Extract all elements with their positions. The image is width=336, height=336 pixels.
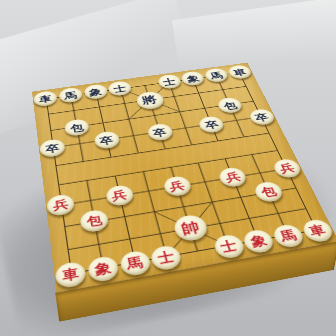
piece-red-chariot[interactable]: 車 bbox=[55, 260, 88, 289]
piece-black-elephant[interactable]: 象 bbox=[180, 70, 207, 86]
piece-glyph: 卒 bbox=[45, 143, 60, 154]
piece-black-chariot[interactable]: 車 bbox=[33, 90, 58, 107]
piece-red-soldier[interactable]: 兵 bbox=[46, 193, 76, 217]
piece-glyph: 卒 bbox=[99, 135, 115, 146]
piece-red-cannon[interactable]: 包 bbox=[252, 180, 285, 203]
piece-glyph: 兵 bbox=[168, 180, 186, 193]
piece-glyph: 包 bbox=[259, 185, 278, 198]
piece-black-advisor[interactable]: 士 bbox=[107, 80, 133, 97]
piece-red-soldier[interactable]: 兵 bbox=[161, 175, 192, 198]
piece-black-chariot[interactable]: 車 bbox=[226, 64, 253, 80]
piece-glyph: 包 bbox=[69, 122, 84, 133]
piece-red-elephant[interactable]: 象 bbox=[87, 255, 120, 283]
piece-red-soldier[interactable]: 兵 bbox=[271, 158, 304, 179]
piece-red-elephant[interactable]: 象 bbox=[241, 228, 277, 254]
piece-glyph: 車 bbox=[39, 94, 53, 104]
piece-black-soldier[interactable]: 卒 bbox=[247, 108, 277, 126]
piece-glyph: 包 bbox=[222, 100, 238, 110]
piece-black-soldier[interactable]: 卒 bbox=[146, 123, 174, 142]
piece-black-elephant[interactable]: 象 bbox=[83, 83, 108, 100]
piece-glyph: 卒 bbox=[254, 112, 271, 122]
piece-red-advisor[interactable]: 士 bbox=[212, 233, 247, 260]
piece-black-soldier[interactable]: 卒 bbox=[93, 131, 121, 151]
piece-red-horse[interactable]: 馬 bbox=[118, 249, 152, 277]
piece-black-advisor[interactable]: 士 bbox=[156, 74, 182, 90]
piece-glyph: 卒 bbox=[204, 119, 220, 130]
piece-glyph: 馬 bbox=[64, 90, 78, 100]
photo-background: 車馬象士士象馬車將包包卒卒卒卒卒兵兵兵兵兵包包帥車象馬士士象馬車 bbox=[0, 0, 336, 336]
piece-glyph: 士 bbox=[157, 250, 176, 265]
piece-glyph: 車 bbox=[62, 267, 80, 283]
scene: 車馬象士士象馬車將包包卒卒卒卒卒兵兵兵兵兵包包帥車象馬士士象馬車 bbox=[0, 0, 336, 336]
piece-glyph: 馬 bbox=[209, 71, 224, 80]
piece-red-soldier[interactable]: 兵 bbox=[217, 166, 249, 188]
piece-glyph: 兵 bbox=[53, 198, 70, 211]
piece-glyph: 馬 bbox=[125, 255, 144, 271]
piece-red-general[interactable]: 帥 bbox=[171, 214, 210, 244]
piece-glyph: 包 bbox=[85, 214, 102, 228]
piece-glyph: 卒 bbox=[152, 127, 168, 138]
piece-glyph: 象 bbox=[88, 87, 102, 96]
piece-red-advisor[interactable]: 士 bbox=[149, 244, 183, 272]
piece-black-horse[interactable]: 馬 bbox=[203, 67, 230, 83]
piece-black-horse[interactable]: 馬 bbox=[58, 87, 83, 104]
piece-red-horse[interactable]: 馬 bbox=[271, 223, 307, 249]
piece-glyph: 士 bbox=[113, 84, 127, 93]
xiangqi-board-block: 車馬象士士象馬車將包包卒卒卒卒卒兵兵兵兵兵包包帥車象馬士士象馬車 bbox=[32, 63, 336, 293]
piece-glyph: 馬 bbox=[278, 229, 298, 244]
piece-red-soldier[interactable]: 兵 bbox=[104, 184, 134, 207]
piece-red-chariot[interactable]: 車 bbox=[299, 218, 335, 244]
piece-glyph: 車 bbox=[232, 68, 247, 77]
piece-black-general[interactable]: 將 bbox=[134, 90, 165, 110]
piece-glyph: 帥 bbox=[180, 220, 201, 236]
piece-glyph: 兵 bbox=[111, 189, 128, 202]
piece-glyph: 將 bbox=[141, 95, 158, 106]
piece-glyph: 象 bbox=[186, 74, 201, 83]
piece-glyph: 象 bbox=[249, 234, 269, 249]
piece-glyph: 象 bbox=[94, 261, 113, 277]
piece-glyph: 士 bbox=[219, 239, 239, 254]
piece-glyph: 兵 bbox=[278, 162, 296, 174]
piece-black-soldier[interactable]: 卒 bbox=[39, 138, 66, 158]
piece-black-cannon[interactable]: 包 bbox=[64, 118, 91, 137]
piece-black-soldier[interactable]: 卒 bbox=[197, 115, 226, 134]
piece-black-cannon[interactable]: 包 bbox=[216, 97, 245, 115]
piece-glyph: 士 bbox=[162, 77, 177, 86]
piece-red-cannon[interactable]: 包 bbox=[79, 208, 110, 233]
piece-glyph: 兵 bbox=[224, 171, 242, 183]
piece-glyph: 車 bbox=[307, 223, 327, 237]
